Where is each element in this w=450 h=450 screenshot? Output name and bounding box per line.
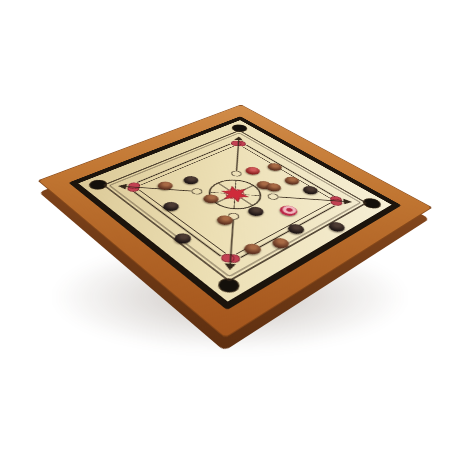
coin-black bbox=[171, 231, 194, 245]
coin-black bbox=[181, 174, 202, 185]
coin-black bbox=[325, 220, 347, 233]
striker bbox=[276, 203, 301, 217]
coin-white bbox=[282, 175, 302, 186]
coin-white bbox=[269, 236, 292, 250]
coin-black bbox=[300, 184, 321, 196]
coin-white bbox=[155, 180, 176, 192]
coin-white bbox=[241, 241, 265, 256]
coin-white bbox=[214, 213, 236, 226]
coin-white bbox=[265, 161, 285, 171]
queen-coin bbox=[243, 165, 263, 176]
carrom-board-product-photo bbox=[0, 0, 450, 450]
coin-black bbox=[245, 205, 267, 218]
coin-white bbox=[200, 192, 221, 204]
coin-black bbox=[285, 222, 308, 236]
coin-black bbox=[160, 200, 182, 213]
